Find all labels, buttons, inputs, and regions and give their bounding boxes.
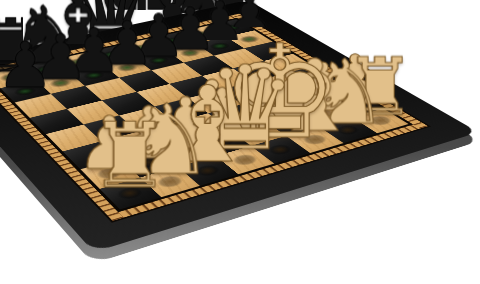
playing-field: ♜♞♝♛♚♝♞♜♟♟♟♟♟♟♟♟♟♟♟♟♟♟♟♟♜♞♝♛♚♝♞♜ (0, 18, 413, 212)
black-pawn[interactable]: ♟ (0, 34, 54, 97)
chess-board: ♜♞♝♛♚♝♞♜♟♟♟♟♟♟♟♟♟♟♟♟♟♟♟♟♜♞♝♛♚♝♞♜ (0, 0, 479, 252)
white-rook[interactable]: ♜ (90, 111, 170, 200)
photo-scene: ♜♞♝♛♚♝♞♜♟♟♟♟♟♟♟♟♟♟♟♟♟♟♟♟♜♞♝♛♚♝♞♜ (0, 0, 480, 284)
